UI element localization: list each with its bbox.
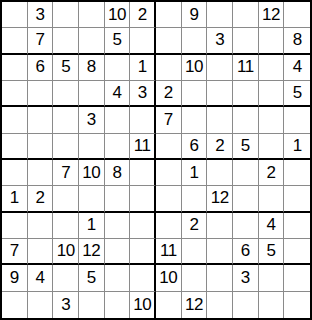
sudoku-cell-r7c11-given[interactable]: 2 (259, 160, 285, 186)
sudoku-cell-r1c5-given[interactable]: 10 (105, 2, 131, 28)
sudoku-cell-r7c3-given[interactable]: 7 (53, 160, 79, 186)
sudoku-cell-r8c9-given[interactable]: 12 (207, 186, 233, 212)
sudoku-cell-r5c6-empty[interactable] (130, 107, 156, 133)
sudoku-cell-r8c5-empty[interactable] (105, 186, 131, 212)
sudoku-cell-r3c6-given[interactable]: 1 (130, 55, 156, 81)
sudoku-cell-r5c11-empty[interactable] (259, 107, 285, 133)
sudoku-cell-r4c8-empty[interactable] (182, 81, 208, 107)
sudoku-cell-r10c4-given[interactable]: 12 (79, 239, 105, 265)
sudoku-cell-r10c11-given[interactable]: 5 (259, 239, 285, 265)
sudoku-cell-r12c6-given[interactable]: 10 (130, 292, 156, 318)
sudoku-cell-r9c6-empty[interactable] (130, 213, 156, 239)
sudoku-cell-r5c1-empty[interactable] (2, 107, 28, 133)
sudoku-cell-r3c10-given[interactable]: 11 (233, 55, 259, 81)
sudoku-cell-r9c12-empty[interactable] (284, 213, 310, 239)
sudoku-cell-r6c6-given[interactable]: 11 (130, 134, 156, 160)
sudoku-cell-r1c7-empty[interactable] (156, 2, 182, 28)
sudoku-cell-r9c4-given[interactable]: 1 (79, 213, 105, 239)
sudoku-cell-r1c6-given[interactable]: 2 (130, 2, 156, 28)
sudoku-cell-r11c11-empty[interactable] (259, 265, 285, 291)
sudoku-cell-r8c1-given[interactable]: 1 (2, 186, 28, 212)
sudoku-cell-r3c2-given[interactable]: 6 (28, 55, 54, 81)
sudoku-cell-r12c1-empty[interactable] (2, 292, 28, 318)
sudoku-cell-r7c6-empty[interactable] (130, 160, 156, 186)
sudoku-cell-r1c3-empty[interactable] (53, 2, 79, 28)
sudoku-cell-r11c12-empty[interactable] (284, 265, 310, 291)
sudoku-cell-r10c2-empty[interactable] (28, 239, 54, 265)
sudoku-cell-r12c5-empty[interactable] (105, 292, 131, 318)
sudoku-cell-r1c10-empty[interactable] (233, 2, 259, 28)
sudoku-cell-r7c8-given[interactable]: 1 (182, 160, 208, 186)
sudoku-cell-r7c12-empty[interactable] (284, 160, 310, 186)
sudoku-cell-r11c5-empty[interactable] (105, 265, 131, 291)
sudoku-cell-r10c10-given[interactable]: 6 (233, 239, 259, 265)
sudoku-cell-r2c5-given[interactable]: 5 (105, 28, 131, 54)
sudoku-cell-r4c7-given[interactable]: 2 (156, 81, 182, 107)
sudoku-cell-r2c6-empty[interactable] (130, 28, 156, 54)
sudoku-cell-r1c4-empty[interactable] (79, 2, 105, 28)
sudoku-cell-r3c12-given[interactable]: 4 (284, 55, 310, 81)
sudoku-cell-r6c7-empty[interactable] (156, 134, 182, 160)
sudoku-cell-r6c5-empty[interactable] (105, 134, 131, 160)
sudoku-cell-r5c10-empty[interactable] (233, 107, 259, 133)
sudoku-cell-r5c5-empty[interactable] (105, 107, 131, 133)
sudoku-cell-r5c3-empty[interactable] (53, 107, 79, 133)
sudoku-cell-r5c8-empty[interactable] (182, 107, 208, 133)
sudoku-cell-r11c9-empty[interactable] (207, 265, 233, 291)
sudoku-cell-r12c10-empty[interactable] (233, 292, 259, 318)
sudoku-cell-r6c10-given[interactable]: 5 (233, 134, 259, 160)
sudoku-cell-r9c10-empty[interactable] (233, 213, 259, 239)
sudoku-cell-r4c11-empty[interactable] (259, 81, 285, 107)
sudoku-cell-r10c6-empty[interactable] (130, 239, 156, 265)
sudoku-cell-r2c10-empty[interactable] (233, 28, 259, 54)
sudoku-cell-r7c1-empty[interactable] (2, 160, 28, 186)
sudoku-cell-r2c9-given[interactable]: 3 (207, 28, 233, 54)
sudoku-cell-r5c4-given[interactable]: 3 (79, 107, 105, 133)
sudoku-cell-r9c1-empty[interactable] (2, 213, 28, 239)
sudoku-cell-r8c7-empty[interactable] (156, 186, 182, 212)
sudoku-cell-r11c7-given[interactable]: 10 (156, 265, 182, 291)
sudoku-cell-r3c11-empty[interactable] (259, 55, 285, 81)
sudoku-cell-r8c11-empty[interactable] (259, 186, 285, 212)
sudoku-cell-r8c4-empty[interactable] (79, 186, 105, 212)
sudoku-cell-r7c9-empty[interactable] (207, 160, 233, 186)
sudoku-cell-r10c9-empty[interactable] (207, 239, 233, 265)
sudoku-cell-r3c9-empty[interactable] (207, 55, 233, 81)
sudoku-cell-r9c11-given[interactable]: 4 (259, 213, 285, 239)
sudoku-cell-r4c3-empty[interactable] (53, 81, 79, 107)
sudoku-cell-r11c1-given[interactable]: 9 (2, 265, 28, 291)
sudoku-cell-r8c12-empty[interactable] (284, 186, 310, 212)
sudoku-cell-r1c8-given[interactable]: 9 (182, 2, 208, 28)
sudoku-cell-r11c2-given[interactable]: 4 (28, 265, 54, 291)
sudoku-cell-r7c4-given[interactable]: 10 (79, 160, 105, 186)
sudoku-cell-r8c10-empty[interactable] (233, 186, 259, 212)
sudoku-cell-r10c7-given[interactable]: 11 (156, 239, 182, 265)
sudoku-cell-r1c1-empty[interactable] (2, 2, 28, 28)
sudoku-cell-r6c8-given[interactable]: 6 (182, 134, 208, 160)
sudoku-cell-r2c4-empty[interactable] (79, 28, 105, 54)
sudoku-cell-r8c3-empty[interactable] (53, 186, 79, 212)
sudoku-cell-r3c4-given[interactable]: 8 (79, 55, 105, 81)
sudoku-cell-r10c3-given[interactable]: 10 (53, 239, 79, 265)
sudoku-cell-r6c9-given[interactable]: 2 (207, 134, 233, 160)
sudoku-cell-r4c2-empty[interactable] (28, 81, 54, 107)
sudoku-cell-r2c8-empty[interactable] (182, 28, 208, 54)
sudoku-cell-r6c12-given[interactable]: 1 (284, 134, 310, 160)
sudoku-cell-r6c2-empty[interactable] (28, 134, 54, 160)
sudoku-cell-r8c2-given[interactable]: 2 (28, 186, 54, 212)
sudoku-cell-r6c1-empty[interactable] (2, 134, 28, 160)
sudoku-cell-r8c6-empty[interactable] (130, 186, 156, 212)
sudoku-cell-r7c10-empty[interactable] (233, 160, 259, 186)
sudoku-cell-r12c7-empty[interactable] (156, 292, 182, 318)
sudoku-cell-r12c2-empty[interactable] (28, 292, 54, 318)
sudoku-cell-r10c12-empty[interactable] (284, 239, 310, 265)
sudoku-board: 3102912753865811011443253711625171081212… (0, 0, 312, 320)
sudoku-cell-r11c10-given[interactable]: 3 (233, 265, 259, 291)
sudoku-cell-r3c5-empty[interactable] (105, 55, 131, 81)
sudoku-cell-r4c1-empty[interactable] (2, 81, 28, 107)
sudoku-cell-r10c1-given[interactable]: 7 (2, 239, 28, 265)
sudoku-cell-r2c1-empty[interactable] (2, 28, 28, 54)
sudoku-cell-r2c3-empty[interactable] (53, 28, 79, 54)
sudoku-cell-r12c3-given[interactable]: 3 (53, 292, 79, 318)
sudoku-cell-r7c2-empty[interactable] (28, 160, 54, 186)
sudoku-cell-r12c4-empty[interactable] (79, 292, 105, 318)
sudoku-cell-r5c7-given[interactable]: 7 (156, 107, 182, 133)
sudoku-cell-r1c2-given[interactable]: 3 (28, 2, 54, 28)
sudoku-cell-r12c12-empty[interactable] (284, 292, 310, 318)
sudoku-cell-r2c11-empty[interactable] (259, 28, 285, 54)
sudoku-cell-r9c3-empty[interactable] (53, 213, 79, 239)
sudoku-cell-r9c8-given[interactable]: 2 (182, 213, 208, 239)
sudoku-cell-r5c12-empty[interactable] (284, 107, 310, 133)
sudoku-cell-r3c8-given[interactable]: 10 (182, 55, 208, 81)
sudoku-cell-r11c6-empty[interactable] (130, 265, 156, 291)
sudoku-cell-r10c8-empty[interactable] (182, 239, 208, 265)
sudoku-cell-r4c9-empty[interactable] (207, 81, 233, 107)
sudoku-cell-r10c5-empty[interactable] (105, 239, 131, 265)
sudoku-cell-r9c5-empty[interactable] (105, 213, 131, 239)
sudoku-cell-r3c1-empty[interactable] (2, 55, 28, 81)
sudoku-cell-r7c5-given[interactable]: 8 (105, 160, 131, 186)
sudoku-cell-r12c8-given[interactable]: 12 (182, 292, 208, 318)
sudoku-cell-r4c10-empty[interactable] (233, 81, 259, 107)
sudoku-cell-r5c9-empty[interactable] (207, 107, 233, 133)
sudoku-cell-r6c4-empty[interactable] (79, 134, 105, 160)
sudoku-cell-r11c3-empty[interactable] (53, 265, 79, 291)
sudoku-cell-r8c8-empty[interactable] (182, 186, 208, 212)
sudoku-cell-r6c3-empty[interactable] (53, 134, 79, 160)
sudoku-cell-r5c2-empty[interactable] (28, 107, 54, 133)
sudoku-cell-r1c12-empty[interactable] (284, 2, 310, 28)
sudoku-cell-r9c2-empty[interactable] (28, 213, 54, 239)
sudoku-cell-r7c7-empty[interactable] (156, 160, 182, 186)
sudoku-cell-r4c5-given[interactable]: 4 (105, 81, 131, 107)
sudoku-cell-r4c4-empty[interactable] (79, 81, 105, 107)
sudoku-cell-r12c11-empty[interactable] (259, 292, 285, 318)
sudoku-cell-r11c8-empty[interactable] (182, 265, 208, 291)
sudoku-cell-r11c4-given[interactable]: 5 (79, 265, 105, 291)
sudoku-cell-r4c12-given[interactable]: 5 (284, 81, 310, 107)
sudoku-cell-r2c12-given[interactable]: 8 (284, 28, 310, 54)
sudoku-cell-r2c7-empty[interactable] (156, 28, 182, 54)
sudoku-cell-r4c6-given[interactable]: 3 (130, 81, 156, 107)
sudoku-cell-r3c7-empty[interactable] (156, 55, 182, 81)
sudoku-cell-r1c9-empty[interactable] (207, 2, 233, 28)
sudoku-cell-r1c11-given[interactable]: 12 (259, 2, 285, 28)
sudoku-cell-r2c2-given[interactable]: 7 (28, 28, 54, 54)
sudoku-cell-r6c11-empty[interactable] (259, 134, 285, 160)
sudoku-cell-r9c7-empty[interactable] (156, 213, 182, 239)
sudoku-cell-r9c9-empty[interactable] (207, 213, 233, 239)
sudoku-cell-r12c9-empty[interactable] (207, 292, 233, 318)
sudoku-cell-r3c3-given[interactable]: 5 (53, 55, 79, 81)
